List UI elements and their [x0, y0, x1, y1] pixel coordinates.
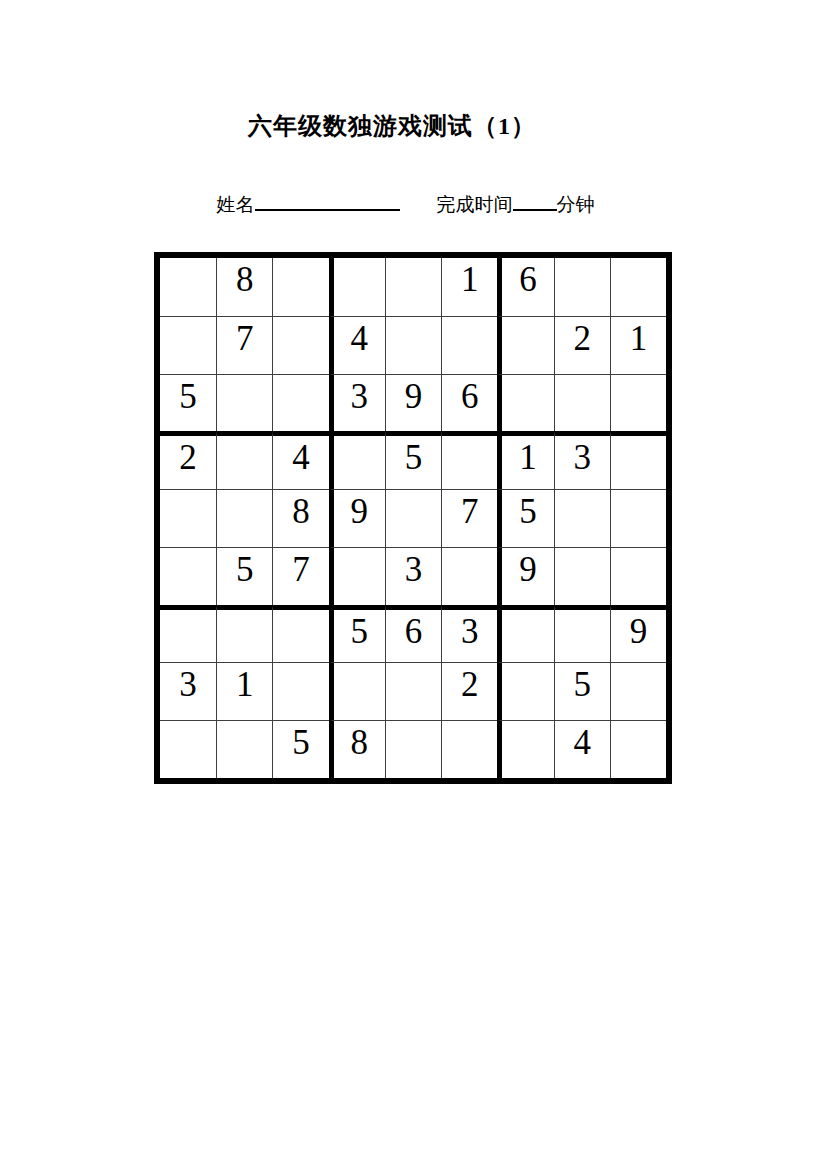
sudoku-cell-empty[interactable] [497, 316, 553, 374]
sudoku-cell-empty[interactable] [160, 720, 216, 778]
sudoku-cell-empty[interactable] [610, 489, 666, 547]
sudoku-cell-given: 3 [441, 605, 497, 663]
name-field-group: 姓名 [217, 189, 400, 218]
sudoku-cell-empty[interactable] [554, 374, 610, 432]
sudoku-cell-empty[interactable] [329, 662, 385, 720]
sudoku-cell-given: 9 [497, 547, 553, 605]
sudoku-cell-empty[interactable] [272, 316, 328, 374]
time-field-group: 完成时间分钟 [437, 189, 595, 218]
sudoku-cell-empty[interactable] [160, 547, 216, 605]
sudoku-cell-empty[interactable] [497, 605, 553, 663]
sudoku-cell-given: 3 [554, 431, 610, 489]
sudoku-cell-empty[interactable] [554, 605, 610, 663]
sudoku-cell-given: 3 [385, 547, 441, 605]
sudoku-cell-given: 5 [554, 662, 610, 720]
sudoku-cell-given: 6 [441, 374, 497, 432]
sudoku-cell-empty[interactable] [216, 489, 272, 547]
sudoku-cell-empty[interactable] [610, 547, 666, 605]
sudoku-cell-empty[interactable] [441, 316, 497, 374]
sudoku-cell-given: 1 [497, 431, 553, 489]
sudoku-cell-empty[interactable] [160, 489, 216, 547]
sudoku-cell-given: 8 [216, 258, 272, 316]
sudoku-cell-given: 2 [554, 316, 610, 374]
sudoku-cell-empty[interactable] [385, 316, 441, 374]
name-input-line[interactable] [255, 189, 400, 211]
sudoku-cell-given: 5 [216, 547, 272, 605]
sudoku-cell-empty[interactable] [216, 374, 272, 432]
sudoku-cell-given: 8 [329, 720, 385, 778]
sudoku-cell-empty[interactable] [497, 662, 553, 720]
sudoku-cell-given: 7 [216, 316, 272, 374]
sudoku-cell-empty[interactable] [497, 720, 553, 778]
sudoku-board: 81674215396245138975573956393125584 [154, 252, 672, 784]
sudoku-cell-empty[interactable] [610, 720, 666, 778]
sudoku-cell-given: 3 [160, 662, 216, 720]
sudoku-cell-empty[interactable] [272, 374, 328, 432]
sudoku-cell-given: 5 [329, 605, 385, 663]
sudoku-cell-empty[interactable] [272, 605, 328, 663]
worksheet-page: 六年级数独游戏测试（1） 姓名 完成时间分钟 81674215396245138… [0, 0, 826, 1168]
sudoku-cell-empty[interactable] [329, 431, 385, 489]
sudoku-cell-given: 7 [441, 489, 497, 547]
sudoku-cell-empty[interactable] [385, 662, 441, 720]
page-title: 六年级数独游戏测试（1） [0, 0, 805, 142]
sudoku-cell-given: 4 [329, 316, 385, 374]
sudoku-cell-given: 5 [497, 489, 553, 547]
sudoku-cell-empty[interactable] [160, 605, 216, 663]
sudoku-cell-given: 6 [385, 605, 441, 663]
sudoku-cell-empty[interactable] [385, 258, 441, 316]
sudoku-cell-empty[interactable] [610, 662, 666, 720]
time-input-line[interactable] [513, 189, 557, 211]
sudoku-cell-empty[interactable] [441, 431, 497, 489]
time-label: 完成时间 [437, 194, 513, 215]
sudoku-cell-given: 2 [160, 431, 216, 489]
sudoku-cell-empty[interactable] [610, 374, 666, 432]
sudoku-cell-empty[interactable] [610, 431, 666, 489]
sudoku-cell-empty[interactable] [441, 720, 497, 778]
sudoku-cell-empty[interactable] [160, 258, 216, 316]
sudoku-cell-given: 2 [441, 662, 497, 720]
time-unit-label: 分钟 [557, 194, 595, 215]
sudoku-cell-given: 1 [216, 662, 272, 720]
sudoku-cell-given: 9 [385, 374, 441, 432]
sudoku-cell-given: 5 [272, 720, 328, 778]
sudoku-cell-given: 1 [610, 316, 666, 374]
sudoku-cell-empty[interactable] [160, 316, 216, 374]
sudoku-cell-given: 5 [160, 374, 216, 432]
sudoku-cell-empty[interactable] [216, 605, 272, 663]
sudoku-cell-empty[interactable] [329, 258, 385, 316]
sudoku-cell-empty[interactable] [329, 547, 385, 605]
sudoku-cell-given: 9 [610, 605, 666, 663]
sudoku-cell-given: 7 [272, 547, 328, 605]
sudoku-cell-empty[interactable] [497, 374, 553, 432]
sudoku-cell-empty[interactable] [216, 720, 272, 778]
sudoku-cell-given: 3 [329, 374, 385, 432]
sudoku-cell-given: 9 [329, 489, 385, 547]
sudoku-cell-given: 5 [385, 431, 441, 489]
sudoku-cell-empty[interactable] [216, 431, 272, 489]
sudoku-cell-given: 6 [497, 258, 553, 316]
sudoku-cell-empty[interactable] [385, 489, 441, 547]
name-label: 姓名 [217, 194, 255, 215]
sudoku-cell-given: 8 [272, 489, 328, 547]
sudoku-cell-empty[interactable] [272, 662, 328, 720]
sudoku-cell-empty[interactable] [441, 547, 497, 605]
sudoku-cell-given: 1 [441, 258, 497, 316]
sudoku-cell-empty[interactable] [272, 258, 328, 316]
sudoku-cell-given: 4 [272, 431, 328, 489]
sudoku-cell-given: 4 [554, 720, 610, 778]
sudoku-cell-empty[interactable] [385, 720, 441, 778]
sudoku-cell-empty[interactable] [610, 258, 666, 316]
sudoku-cell-empty[interactable] [554, 258, 610, 316]
sudoku-cell-empty[interactable] [554, 489, 610, 547]
form-row: 姓名 完成时间分钟 [155, 189, 672, 219]
sudoku-cell-empty[interactable] [554, 547, 610, 605]
